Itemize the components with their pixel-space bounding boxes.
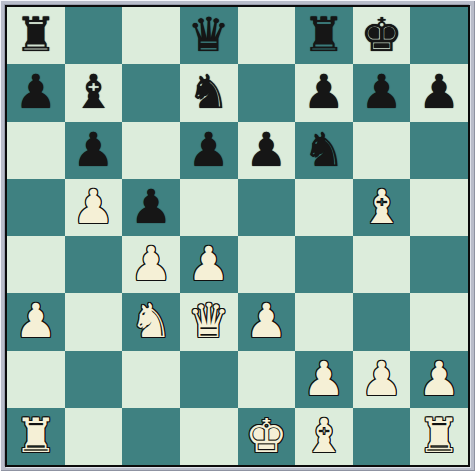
square-g4[interactable] (353, 236, 411, 293)
square-g8[interactable]: ♚ (353, 7, 411, 64)
square-c4[interactable]: ♟ (122, 236, 180, 293)
piece-white-knight: ♞ (130, 297, 172, 344)
square-f4[interactable] (295, 236, 353, 293)
piece-white-rook: ♜ (15, 412, 57, 459)
square-g6[interactable] (353, 122, 411, 179)
square-d4[interactable]: ♟ (180, 236, 238, 293)
piece-black-rook: ♜ (303, 11, 345, 58)
square-f1[interactable]: ♝ (295, 408, 353, 465)
square-e2[interactable] (238, 351, 296, 408)
square-f2[interactable]: ♟ (295, 351, 353, 408)
piece-black-rook: ♜ (15, 11, 57, 58)
square-d3[interactable]: ♛ (180, 293, 238, 350)
board-frame: ♜♛♜♚♟♝♞♟♟♟♟♟♟♞♟♟♝♟♟♟♞♛♟♟♟♟♜♚♝♜ (5, 5, 470, 467)
square-h7[interactable]: ♟ (410, 64, 468, 121)
piece-black-knight: ♞ (303, 126, 345, 173)
square-b4[interactable] (65, 236, 123, 293)
piece-white-king: ♚ (245, 412, 287, 459)
square-a8[interactable]: ♜ (7, 7, 65, 64)
square-h6[interactable] (410, 122, 468, 179)
square-d6[interactable]: ♟ (180, 122, 238, 179)
piece-black-pawn: ♟ (72, 126, 114, 173)
piece-black-bishop: ♝ (72, 68, 114, 115)
square-a7[interactable]: ♟ (7, 64, 65, 121)
piece-white-rook: ♜ (418, 412, 460, 459)
square-h2[interactable]: ♟ (410, 351, 468, 408)
square-g7[interactable]: ♟ (353, 64, 411, 121)
square-b5[interactable]: ♟ (65, 179, 123, 236)
board-window: ♜♛♜♚♟♝♞♟♟♟♟♟♟♞♟♟♝♟♟♟♞♛♟♟♟♟♜♚♝♜ (0, 0, 475, 471)
piece-black-pawn: ♟ (360, 68, 402, 115)
square-b2[interactable] (65, 351, 123, 408)
square-f5[interactable] (295, 179, 353, 236)
square-h8[interactable] (410, 7, 468, 64)
piece-black-pawn: ♟ (418, 68, 460, 115)
square-e3[interactable]: ♟ (238, 293, 296, 350)
square-h1[interactable]: ♜ (410, 408, 468, 465)
square-e6[interactable]: ♟ (238, 122, 296, 179)
square-a1[interactable]: ♜ (7, 408, 65, 465)
square-e1[interactable]: ♚ (238, 408, 296, 465)
square-g5[interactable]: ♝ (353, 179, 411, 236)
square-f7[interactable]: ♟ (295, 64, 353, 121)
piece-black-pawn: ♟ (303, 68, 345, 115)
square-h3[interactable] (410, 293, 468, 350)
piece-black-knight: ♞ (188, 68, 230, 115)
piece-black-queen: ♛ (188, 11, 230, 58)
square-g3[interactable] (353, 293, 411, 350)
square-b8[interactable] (65, 7, 123, 64)
square-d5[interactable] (180, 179, 238, 236)
square-e5[interactable] (238, 179, 296, 236)
square-d2[interactable] (180, 351, 238, 408)
piece-white-pawn: ♟ (303, 355, 345, 402)
square-c1[interactable] (122, 408, 180, 465)
square-f8[interactable]: ♜ (295, 7, 353, 64)
square-d7[interactable]: ♞ (180, 64, 238, 121)
square-c2[interactable] (122, 351, 180, 408)
piece-white-pawn: ♟ (360, 355, 402, 402)
chess-board: ♜♛♜♚♟♝♞♟♟♟♟♟♟♞♟♟♝♟♟♟♞♛♟♟♟♟♜♚♝♜ (7, 7, 468, 465)
piece-white-bishop: ♝ (360, 183, 402, 230)
square-g2[interactable]: ♟ (353, 351, 411, 408)
piece-black-pawn: ♟ (245, 126, 287, 173)
piece-black-pawn: ♟ (188, 126, 230, 173)
square-c6[interactable] (122, 122, 180, 179)
piece-white-queen: ♛ (188, 297, 230, 344)
square-a4[interactable] (7, 236, 65, 293)
square-c5[interactable]: ♟ (122, 179, 180, 236)
square-c8[interactable] (122, 7, 180, 64)
square-b6[interactable]: ♟ (65, 122, 123, 179)
square-f6[interactable]: ♞ (295, 122, 353, 179)
piece-white-bishop: ♝ (303, 412, 345, 459)
square-g1[interactable] (353, 408, 411, 465)
square-f3[interactable] (295, 293, 353, 350)
square-b1[interactable] (65, 408, 123, 465)
square-e8[interactable] (238, 7, 296, 64)
piece-white-pawn: ♟ (72, 183, 114, 230)
square-a2[interactable] (7, 351, 65, 408)
piece-black-pawn: ♟ (15, 68, 57, 115)
piece-black-king: ♚ (360, 11, 402, 58)
square-a3[interactable]: ♟ (7, 293, 65, 350)
piece-white-pawn: ♟ (245, 297, 287, 344)
square-h4[interactable] (410, 236, 468, 293)
piece-white-pawn: ♟ (15, 297, 57, 344)
piece-white-pawn: ♟ (130, 240, 172, 287)
square-a5[interactable] (7, 179, 65, 236)
square-h5[interactable] (410, 179, 468, 236)
square-e4[interactable] (238, 236, 296, 293)
piece-white-pawn: ♟ (188, 240, 230, 287)
square-d1[interactable] (180, 408, 238, 465)
square-e7[interactable] (238, 64, 296, 121)
piece-white-pawn: ♟ (418, 355, 460, 402)
piece-black-pawn: ♟ (130, 183, 172, 230)
square-a6[interactable] (7, 122, 65, 179)
square-d8[interactable]: ♛ (180, 7, 238, 64)
square-b3[interactable] (65, 293, 123, 350)
square-b7[interactable]: ♝ (65, 64, 123, 121)
square-c3[interactable]: ♞ (122, 293, 180, 350)
square-c7[interactable] (122, 64, 180, 121)
